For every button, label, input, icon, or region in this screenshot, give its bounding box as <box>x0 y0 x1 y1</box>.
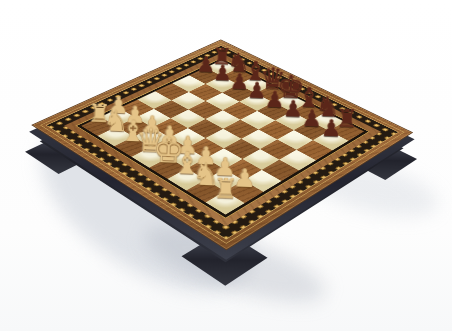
board-tilt-wrapper: ♜♞♝♛♚♝♞♜♟♟♟♟♟♟♟♟♟♟♟♟♟♟♟♟♜♞♝♛♚♝♞♜ <box>0 0 452 331</box>
scene: ♜♞♝♛♚♝♞♜♟♟♟♟♟♟♟♟♟♟♟♟♟♟♟♟♜♞♝♛♚♝♞♜ <box>0 0 452 331</box>
piece-white-rook-h1: ♜ <box>206 157 245 203</box>
